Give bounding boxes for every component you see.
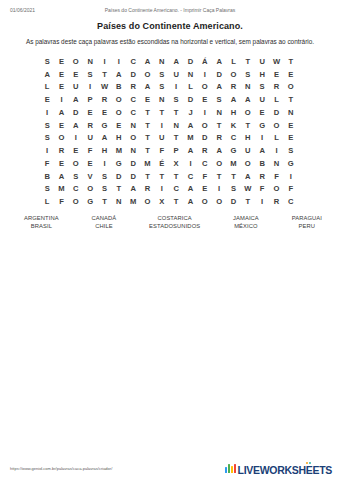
grid-cell-r1c1[interactable]: S [40, 55, 54, 68]
grid-cell-r3c10[interactable]: I [169, 81, 183, 94]
grid-cell-r8c16[interactable]: A [255, 144, 269, 157]
grid-cell-r2c5[interactable]: T [97, 68, 111, 81]
grid-cell-r11c4[interactable]: O [83, 183, 97, 196]
grid-cell-r2c11[interactable]: N [183, 68, 197, 81]
grid-cell-r1c17[interactable]: W [269, 55, 283, 68]
grid-cell-r7c13[interactable]: R [212, 132, 226, 145]
grid-cell-r4c7[interactable]: C [126, 93, 140, 106]
grid-cell-r6c11[interactable]: A [183, 119, 197, 132]
grid-cell-r7c12[interactable]: D [198, 132, 212, 145]
word-list-column-1: ARGENTINABRASIL [24, 215, 59, 229]
grid-cell-r7c1[interactable]: S [40, 132, 54, 145]
grid-cell-r2c1[interactable]: A [40, 68, 54, 81]
grid-cell-r10c15[interactable]: A [241, 170, 255, 183]
grid-cell-r9c5[interactable]: I [97, 157, 111, 170]
grid-cell-r3c5[interactable]: W [97, 81, 111, 94]
grid-cell-r2c6[interactable]: A [112, 68, 126, 81]
grid-cell-r6c15[interactable]: T [241, 119, 255, 132]
grid-cell-r7c17[interactable]: L [269, 132, 283, 145]
grid-cell-r2c13[interactable]: D [212, 68, 226, 81]
grid-cell-r8c6[interactable]: M [112, 144, 126, 157]
grid-cell-r2c2[interactable]: E [54, 68, 68, 81]
grid-cell-r3c8[interactable]: A [140, 81, 154, 94]
grid-cell-r9c17[interactable]: N [269, 157, 283, 170]
grid-cell-r5c8[interactable]: T [140, 106, 154, 119]
grid-cell-r10c18[interactable]: I [284, 170, 298, 183]
grid-cell-r12c18[interactable]: C [284, 195, 298, 208]
grid-cell-r11c6[interactable]: T [112, 183, 126, 196]
grid-cell-r12c6[interactable]: N [112, 195, 126, 208]
grid-cell-r9c1[interactable]: F [40, 157, 54, 170]
grid-cell-r9c3[interactable]: O [69, 157, 83, 170]
word-argentina: ARGENTINA [24, 215, 59, 221]
grid-cell-r1c15[interactable]: T [241, 55, 255, 68]
word-peru: PERU [299, 223, 316, 229]
grid-cell-r1c2[interactable]: E [54, 55, 68, 68]
grid-cell-r12c16[interactable]: I [255, 195, 269, 208]
grid-cell-r12c10[interactable]: T [169, 195, 183, 208]
liveworksheets-logo[interactable]: LIVEWORKSHEETS [225, 464, 332, 475]
grid-cell-r1c18[interactable]: T [284, 55, 298, 68]
grid-cell-r4c18[interactable]: T [284, 93, 298, 106]
grid-cell-r4c14[interactable]: A [226, 93, 240, 106]
grid-cell-r6c10[interactable]: N [169, 119, 183, 132]
word-list-column-2: CANADÁCHILE [92, 215, 117, 229]
grid-cell-r9c11[interactable]: I [183, 157, 197, 170]
grid-cell-r6c3[interactable]: A [69, 119, 83, 132]
word-brasil: BRASIL [31, 223, 52, 229]
grid-cell-r9c12[interactable]: C [198, 157, 212, 170]
liveworksheets-logo-text: LIVEWORKSHEETS [238, 465, 332, 476]
grid-cell-r11c5[interactable]: S [97, 183, 111, 196]
grid-cell-r6c14[interactable]: K [226, 119, 240, 132]
grid-cell-r2c15[interactable]: S [241, 68, 255, 81]
grid-cell-r8c3[interactable]: E [69, 144, 83, 157]
grid-cell-r5c4[interactable]: E [83, 106, 97, 119]
grid-cell-r3c4[interactable]: I [83, 81, 97, 94]
grid-cell-r6c4[interactable]: R [83, 119, 97, 132]
grid-cell-r6c2[interactable]: E [54, 119, 68, 132]
grid-cell-r2c18[interactable]: E [284, 68, 298, 81]
grid-cell-r8c8[interactable]: T [140, 144, 154, 157]
grid-cell-r7c6[interactable]: H [112, 132, 126, 145]
grid-cell-r11c2[interactable]: M [54, 183, 68, 196]
grid-cell-r8c18[interactable]: S [284, 144, 298, 157]
grid-cell-r5c16[interactable]: E [255, 106, 269, 119]
grid-cell-r7c16[interactable]: I [255, 132, 269, 145]
grid-cell-r8c14[interactable]: G [226, 144, 240, 157]
grid-cell-r10c3[interactable]: S [69, 170, 83, 183]
grid-cell-r12c14[interactable]: D [226, 195, 240, 208]
grid-cell-r9c2[interactable]: E [54, 157, 68, 170]
grid-cell-r8c15[interactable]: U [241, 144, 255, 157]
grid-cell-r9c13[interactable]: O [212, 157, 226, 170]
grid-cell-r2c12[interactable]: I [198, 68, 212, 81]
grid-cell-r6c17[interactable]: O [269, 119, 283, 132]
grid-cell-r4c1[interactable]: E [40, 93, 54, 106]
grid-cell-r4c4[interactable]: P [83, 93, 97, 106]
grid-cell-r3c15[interactable]: N [241, 81, 255, 94]
grid-cell-r3c2[interactable]: E [54, 81, 68, 94]
grid-cell-r11c1[interactable]: S [40, 183, 54, 196]
grid-cell-r6c13[interactable]: T [212, 119, 226, 132]
grid-cell-r1c8[interactable]: A [140, 55, 154, 68]
grid-cell-r1c6[interactable]: I [112, 55, 126, 68]
grid-cell-r10c17[interactable]: F [269, 170, 283, 183]
grid-cell-r1c7[interactable]: C [126, 55, 140, 68]
grid-cell-r10c8[interactable]: T [140, 170, 154, 183]
grid-cell-r3c16[interactable]: S [255, 81, 269, 94]
grid-cell-r5c5[interactable]: E [97, 106, 111, 119]
grid-cell-r5c18[interactable]: N [284, 106, 298, 119]
grid-cell-r8c7[interactable]: N [126, 144, 140, 157]
grid-cell-r4c9[interactable]: N [155, 93, 169, 106]
grid-cell-r4c6[interactable]: O [112, 93, 126, 106]
grid-cell-r5c9[interactable]: T [155, 106, 169, 119]
grid-cell-r5c11[interactable]: J [183, 106, 197, 119]
grid-cell-r12c12[interactable]: O [198, 195, 212, 208]
grid-cell-r7c3[interactable]: I [69, 132, 83, 145]
puzzle-instructions: As palavras deste caça palavras estão es… [0, 38, 340, 45]
grid-cell-r2c9[interactable]: S [155, 68, 169, 81]
print-header: 01/06/2021 Países do Continente American… [0, 7, 340, 15]
grid-cell-r5c10[interactable]: T [169, 106, 183, 119]
grid-cell-r3c17[interactable]: R [269, 81, 283, 94]
grid-cell-r6c12[interactable]: O [198, 119, 212, 132]
grid-cell-r7c11[interactable]: M [183, 132, 197, 145]
grid-cell-r3c3[interactable]: U [69, 81, 83, 94]
grid-cell-r11c9[interactable]: I [155, 183, 169, 196]
grid-cell-r7c18[interactable]: E [284, 132, 298, 145]
grid-cell-r5c12[interactable]: I [198, 106, 212, 119]
grid-cell-r4c2[interactable]: I [54, 93, 68, 106]
word-méxico: MÉXICO [234, 223, 257, 229]
grid-cell-r1c3[interactable]: O [69, 55, 83, 68]
grid-cell-r7c8[interactable]: T [140, 132, 154, 145]
grid-cell-r1c9[interactable]: N [155, 55, 169, 68]
grid-cell-r1c10[interactable]: A [169, 55, 183, 68]
grid-cell-r6c18[interactable]: E [284, 119, 298, 132]
grid-cell-r4c11[interactable]: D [183, 93, 197, 106]
grid-cell-r2c7[interactable]: D [126, 68, 140, 81]
grid-cell-r10c16[interactable]: R [255, 170, 269, 183]
grid-cell-r10c12[interactable]: F [198, 170, 212, 183]
grid-cell-r9c16[interactable]: B [255, 157, 269, 170]
grid-cell-r12c5[interactable]: T [97, 195, 111, 208]
grid-cell-r5c13[interactable]: N [212, 106, 226, 119]
grid-cell-r3c12[interactable]: O [198, 81, 212, 94]
grid-cell-r12c11[interactable]: A [183, 195, 197, 208]
grid-cell-r8c10[interactable]: P [169, 144, 183, 157]
source-url: https://www.geniol.com.br/palavras/caca-… [10, 466, 112, 471]
grid-cell-r4c17[interactable]: L [269, 93, 283, 106]
grid-cell-r7c7[interactable]: O [126, 132, 140, 145]
grid-cell-r1c12[interactable]: Á [198, 55, 212, 68]
grid-cell-r4c3[interactable]: A [69, 93, 83, 106]
liveworksheets-bars-icon [225, 464, 236, 475]
grid-cell-r12c8[interactable]: O [140, 195, 154, 208]
grid-cell-r9c8[interactable]: M [140, 157, 154, 170]
word-jamaica: JAMAICA [233, 215, 259, 221]
grid-cell-r3c11[interactable]: L [183, 81, 197, 94]
word-chile: CHILE [95, 223, 113, 229]
print-doc-title: Países do Continente Americano. - Imprim… [0, 7, 340, 13]
grid-cell-r4c10[interactable]: S [169, 93, 183, 106]
grid-cell-r11c8[interactable]: R [140, 183, 154, 196]
grid-cell-r11c17[interactable]: O [269, 183, 283, 196]
grid-cell-r1c5[interactable]: I [97, 55, 111, 68]
grid-cell-r10c10[interactable]: T [169, 170, 183, 183]
grid-cell-r10c7[interactable]: D [126, 170, 140, 183]
grid-cell-r11c16[interactable]: F [255, 183, 269, 196]
grid-cell-r11c18[interactable]: F [284, 183, 298, 196]
grid-cell-r5c1[interactable]: I [40, 106, 54, 119]
grid-cell-r8c5[interactable]: H [97, 144, 111, 157]
word-list-column-3: COSTARICAESTADOSUNIDOS [149, 215, 200, 229]
grid-cell-r9c15[interactable]: O [241, 157, 255, 170]
grid-cell-r8c17[interactable]: I [269, 144, 283, 157]
grid-cell-r4c12[interactable]: E [198, 93, 212, 106]
grid-cell-r1c13[interactable]: A [212, 55, 226, 68]
grid-cell-r2c16[interactable]: H [255, 68, 269, 81]
grid-cell-r9c4[interactable]: E [83, 157, 97, 170]
grid-cell-r2c14[interactable]: O [226, 68, 240, 81]
grid-cell-r6c7[interactable]: N [126, 119, 140, 132]
grid-cell-r2c8[interactable]: O [140, 68, 154, 81]
grid-cell-r6c16[interactable]: G [255, 119, 269, 132]
grid-cell-r11c15[interactable]: W [241, 183, 255, 196]
grid-cell-r12c13[interactable]: O [212, 195, 226, 208]
grid-cell-r6c1[interactable]: S [40, 119, 54, 132]
word-list-column-5: PARAGUAIPERU [292, 215, 322, 229]
puzzle-title: Países do Continente Americano. [0, 21, 340, 31]
grid-cell-r11c12[interactable]: E [198, 183, 212, 196]
grid-cell-r5c6[interactable]: O [112, 106, 126, 119]
grid-cell-r7c9[interactable]: U [155, 132, 169, 145]
grid-cell-r4c15[interactable]: A [241, 93, 255, 106]
word-canadá: CANADÁ [92, 215, 117, 221]
grid-cell-r10c9[interactable]: T [155, 170, 169, 183]
grid-cell-r10c2[interactable]: A [54, 170, 68, 183]
grid-cell-r5c17[interactable]: D [269, 106, 283, 119]
grid-cell-r7c10[interactable]: T [169, 132, 183, 145]
grid-cell-r2c4[interactable]: S [83, 68, 97, 81]
grid-cell-r7c2[interactable]: O [54, 132, 68, 145]
grid-cell-r1c16[interactable]: U [255, 55, 269, 68]
grid-cell-r6c6[interactable]: E [112, 119, 126, 132]
grid-cell-r11c7[interactable]: A [126, 183, 140, 196]
grid-cell-r3c6[interactable]: B [112, 81, 126, 94]
grid-cell-r3c14[interactable]: R [226, 81, 240, 94]
grid-cell-r1c11[interactable]: D [183, 55, 197, 68]
grid-cell-r10c14[interactable]: T [226, 170, 240, 183]
grid-cell-r8c4[interactable]: F [83, 144, 97, 157]
word-estadosunidos: ESTADOSUNIDOS [149, 223, 200, 229]
grid-cell-r5c15[interactable]: O [241, 106, 255, 119]
grid-cell-r2c17[interactable]: E [269, 68, 283, 81]
grid-cell-r6c9[interactable]: I [155, 119, 169, 132]
grid-cell-r5c7[interactable]: C [126, 106, 140, 119]
grid-cell-r1c14[interactable]: L [226, 55, 240, 68]
grid-cell-r8c13[interactable]: A [212, 144, 226, 157]
grid-cell-r8c9[interactable]: F [155, 144, 169, 157]
grid-cell-r6c8[interactable]: T [140, 119, 154, 132]
word-search-grid[interactable]: SEONIICANADÁALTUWTAEESTADOSUNIDOSHEELEUI… [40, 55, 298, 208]
word-paraguai: PARAGUAI [292, 215, 322, 221]
grid-cell-r11c11[interactable]: A [183, 183, 197, 196]
grid-cell-r9c10[interactable]: X [169, 157, 183, 170]
grid-cell-r11c14[interactable]: S [226, 183, 240, 196]
grid-cell-r7c5[interactable]: A [97, 132, 111, 145]
word-list: ARGENTINABRASILCANADÁCHILECOSTARICAESTAD… [24, 215, 322, 229]
grid-cell-r3c13[interactable]: A [212, 81, 226, 94]
grid-cell-r11c3[interactable]: C [69, 183, 83, 196]
grid-cell-r1c4[interactable]: N [83, 55, 97, 68]
grid-cell-r10c11[interactable]: C [183, 170, 197, 183]
grid-cell-r5c2[interactable]: A [54, 106, 68, 119]
grid-cell-r9c6[interactable]: G [112, 157, 126, 170]
grid-cell-r7c15[interactable]: H [241, 132, 255, 145]
grid-cell-r5c3[interactable]: D [69, 106, 83, 119]
grid-cell-r3c7[interactable]: R [126, 81, 140, 94]
grid-cell-r9c7[interactable]: D [126, 157, 140, 170]
grid-cell-r3c1[interactable]: L [40, 81, 54, 94]
grid-cell-r8c11[interactable]: A [183, 144, 197, 157]
grid-cell-r4c5[interactable]: R [97, 93, 111, 106]
grid-cell-r9c9[interactable]: É [155, 157, 169, 170]
worksheet-page: 01/06/2021 Países do Continente American… [0, 0, 340, 480]
grid-cell-r12c15[interactable]: T [241, 195, 255, 208]
grid-cell-r6c5[interactable]: G [97, 119, 111, 132]
grid-cell-r8c12[interactable]: R [198, 144, 212, 157]
grid-cell-r2c3[interactable]: E [69, 68, 83, 81]
grid-cell-r4c13[interactable]: S [212, 93, 226, 106]
grid-cell-r11c13[interactable]: I [212, 183, 226, 196]
grid-cell-r2c10[interactable]: U [169, 68, 183, 81]
grid-cell-r10c5[interactable]: S [97, 170, 111, 183]
grid-cell-r10c1[interactable]: B [40, 170, 54, 183]
grid-cell-r12c4[interactable]: G [83, 195, 97, 208]
grid-cell-r7c14[interactable]: C [226, 132, 240, 145]
grid-cell-r8c2[interactable]: R [54, 144, 68, 157]
grid-cell-r12c1[interactable]: L [40, 195, 54, 208]
grid-cell-r12c3[interactable]: O [69, 195, 83, 208]
grid-cell-r9c14[interactable]: M [226, 157, 240, 170]
grid-cell-r10c4[interactable]: V [83, 170, 97, 183]
grid-cell-r9c18[interactable]: G [284, 157, 298, 170]
grid-cell-r12c17[interactable]: R [269, 195, 283, 208]
grid-cell-r12c7[interactable]: M [126, 195, 140, 208]
grid-cell-r7c4[interactable]: U [83, 132, 97, 145]
grid-cell-r3c18[interactable]: O [284, 81, 298, 94]
grid-cell-r11c10[interactable]: C [169, 183, 183, 196]
word-costarica: COSTARICA [158, 215, 192, 221]
grid-cell-r3c9[interactable]: S [155, 81, 169, 94]
grid-cell-r4c8[interactable]: E [140, 93, 154, 106]
grid-cell-r10c6[interactable]: D [112, 170, 126, 183]
grid-cell-r10c13[interactable]: T [212, 170, 226, 183]
grid-cell-r4c16[interactable]: U [255, 93, 269, 106]
grid-cell-r8c1[interactable]: I [40, 144, 54, 157]
grid-cell-r12c9[interactable]: X [155, 195, 169, 208]
grid-cell-r12c2[interactable]: F [54, 195, 68, 208]
grid-cell-r5c14[interactable]: H [226, 106, 240, 119]
word-list-column-4: JAMAICAMÉXICO [233, 215, 259, 229]
